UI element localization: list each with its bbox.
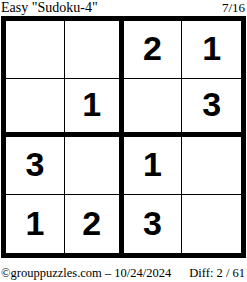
page-number: 7/16 [222, 1, 245, 15]
copyright-text: ©grouppuzzles.com – 10/24/2024 [1, 267, 171, 280]
puzzle-page: Easy "Sudoku-4" 7/16 2 1 1 3 3 1 1 2 3 ©… [0, 0, 247, 282]
cell-r1c2[interactable] [65, 21, 124, 79]
cell-r3c1[interactable]: 3 [6, 137, 65, 195]
cell-r4c2[interactable]: 2 [65, 195, 124, 253]
difficulty-text: Diff: 2 / 61 [189, 267, 245, 280]
cell-r1c4[interactable]: 1 [182, 21, 241, 79]
cell-r3c4[interactable] [182, 137, 241, 195]
puzzle-title: Easy "Sudoku-4" [1, 1, 98, 15]
cell-r1c3[interactable]: 2 [124, 21, 183, 79]
cell-r4c4[interactable] [182, 195, 241, 253]
cell-r2c4[interactable]: 3 [182, 79, 241, 137]
cell-r4c1[interactable]: 1 [6, 195, 65, 253]
cell-r2c1[interactable] [6, 79, 65, 137]
cell-r2c3[interactable] [124, 79, 183, 137]
sudoku-board: 2 1 1 3 3 1 1 2 3 [1, 16, 246, 258]
cell-r4c3[interactable]: 3 [124, 195, 183, 253]
cell-r2c2[interactable]: 1 [65, 79, 124, 137]
cell-r3c2[interactable] [65, 137, 124, 195]
cell-r3c3[interactable]: 1 [124, 137, 183, 195]
header: Easy "Sudoku-4" 7/16 [1, 0, 245, 15]
footer: ©grouppuzzles.com – 10/24/2024 Diff: 2 /… [1, 265, 245, 280]
cell-r1c1[interactable] [6, 21, 65, 79]
